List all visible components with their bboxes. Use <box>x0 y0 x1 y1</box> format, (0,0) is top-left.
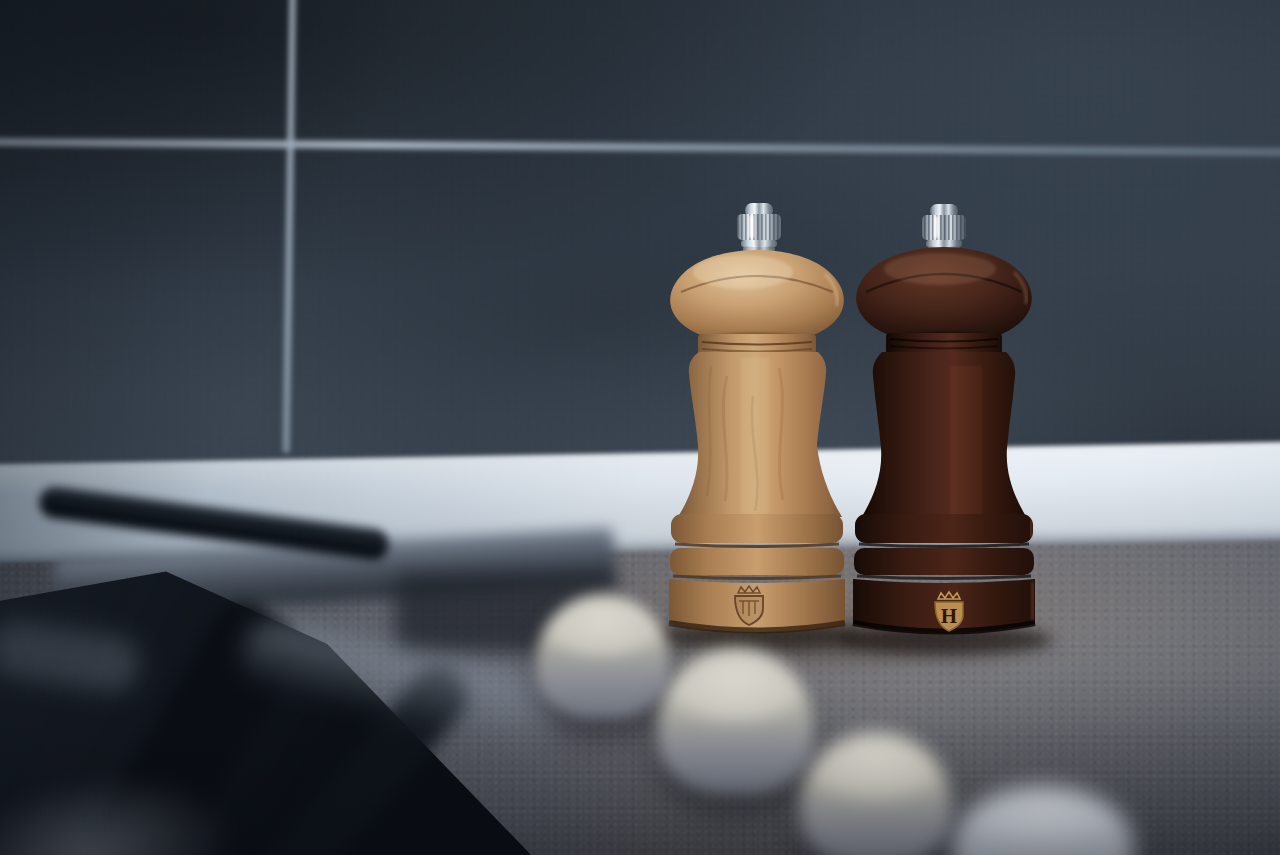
horizontal-grout-line <box>0 138 1280 156</box>
vertical-grout-line <box>283 0 297 453</box>
pepper-mill: H <box>844 196 1044 646</box>
salt-mill-finial-knob <box>737 203 781 253</box>
photo-kitchen-scene: Two wooden salt and pepper mills with ch… <box>0 0 1280 855</box>
pepper-mill-finial-knob <box>922 204 966 253</box>
pepper-mill-body <box>861 333 1027 518</box>
salt-mill-cap <box>670 250 844 347</box>
stove-knob-1 <box>536 594 670 718</box>
salt-mill-body <box>678 334 842 517</box>
pepper-mill-cap <box>856 247 1032 346</box>
pepper-mill-logo-letter: H <box>941 604 957 628</box>
salt-mill <box>657 196 857 646</box>
